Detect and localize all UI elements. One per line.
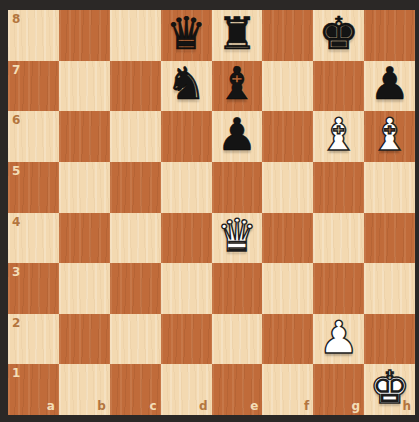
rank-label-6: 6 bbox=[12, 114, 20, 126]
black-bishop-e7[interactable]: ♝ bbox=[217, 61, 257, 106]
square-d7[interactable]: ♞ bbox=[161, 61, 212, 112]
file-label-d: d bbox=[199, 400, 208, 412]
square-a4[interactable]: 4 bbox=[8, 213, 59, 264]
square-e7[interactable]: ♝ bbox=[212, 61, 263, 112]
square-f1[interactable]: f bbox=[262, 364, 313, 415]
square-f6[interactable] bbox=[262, 111, 313, 162]
square-d2[interactable] bbox=[161, 314, 212, 365]
square-f5[interactable] bbox=[262, 162, 313, 213]
square-c4[interactable] bbox=[110, 213, 161, 264]
square-e8[interactable]: ♜ bbox=[212, 10, 263, 61]
board: 8♛♜♚7♞♝♟6♟♝♝54♛32♟1abcdefgh♚ bbox=[8, 10, 415, 415]
white-king-h1[interactable]: ♚ bbox=[369, 365, 409, 410]
square-c2[interactable] bbox=[110, 314, 161, 365]
white-bishop-h6[interactable]: ♝ bbox=[369, 112, 409, 157]
square-f2[interactable] bbox=[262, 314, 313, 365]
square-a8[interactable]: 8 bbox=[8, 10, 59, 61]
white-pawn-g2[interactable]: ♟ bbox=[319, 315, 359, 360]
black-pawn-h7[interactable]: ♟ bbox=[369, 61, 409, 106]
square-h8[interactable] bbox=[364, 10, 415, 61]
square-h6[interactable]: ♝ bbox=[364, 111, 415, 162]
square-e5[interactable] bbox=[212, 162, 263, 213]
square-d1[interactable]: d bbox=[161, 364, 212, 415]
square-h2[interactable] bbox=[364, 314, 415, 365]
file-label-a: a bbox=[47, 400, 55, 412]
square-h7[interactable]: ♟ bbox=[364, 61, 415, 112]
square-b1[interactable]: b bbox=[59, 364, 110, 415]
rank-label-3: 3 bbox=[12, 266, 20, 278]
square-h5[interactable] bbox=[364, 162, 415, 213]
black-queen-d8[interactable]: ♛ bbox=[166, 11, 206, 56]
square-b5[interactable] bbox=[59, 162, 110, 213]
file-label-g: g bbox=[352, 400, 361, 412]
rank-label-4: 4 bbox=[12, 216, 20, 228]
square-e4[interactable]: ♛ bbox=[212, 213, 263, 264]
square-a6[interactable]: 6 bbox=[8, 111, 59, 162]
square-g8[interactable]: ♚ bbox=[313, 10, 364, 61]
square-f4[interactable] bbox=[262, 213, 313, 264]
square-b7[interactable] bbox=[59, 61, 110, 112]
rank-label-1: 1 bbox=[12, 367, 20, 379]
file-label-b: b bbox=[97, 400, 106, 412]
black-knight-d7[interactable]: ♞ bbox=[166, 61, 206, 106]
square-e6[interactable]: ♟ bbox=[212, 111, 263, 162]
square-a7[interactable]: 7 bbox=[8, 61, 59, 112]
square-e2[interactable] bbox=[212, 314, 263, 365]
file-label-c: c bbox=[150, 400, 157, 412]
square-g5[interactable] bbox=[313, 162, 364, 213]
black-rook-e8[interactable]: ♜ bbox=[217, 11, 257, 56]
square-a2[interactable]: 2 bbox=[8, 314, 59, 365]
square-b2[interactable] bbox=[59, 314, 110, 365]
file-label-e: e bbox=[250, 400, 258, 412]
square-g2[interactable]: ♟ bbox=[313, 314, 364, 365]
rank-label-2: 2 bbox=[12, 317, 20, 329]
file-label-f: f bbox=[304, 400, 309, 412]
square-h4[interactable] bbox=[364, 213, 415, 264]
square-d6[interactable] bbox=[161, 111, 212, 162]
rank-label-7: 7 bbox=[12, 64, 20, 76]
white-queen-e4[interactable]: ♛ bbox=[217, 213, 257, 258]
square-d3[interactable] bbox=[161, 263, 212, 314]
square-b8[interactable] bbox=[59, 10, 110, 61]
square-e1[interactable]: e bbox=[212, 364, 263, 415]
square-f8[interactable] bbox=[262, 10, 313, 61]
square-c8[interactable] bbox=[110, 10, 161, 61]
square-b3[interactable] bbox=[59, 263, 110, 314]
square-b4[interactable] bbox=[59, 213, 110, 264]
square-c7[interactable] bbox=[110, 61, 161, 112]
square-c6[interactable] bbox=[110, 111, 161, 162]
square-b6[interactable] bbox=[59, 111, 110, 162]
square-f7[interactable] bbox=[262, 61, 313, 112]
square-c5[interactable] bbox=[110, 162, 161, 213]
board-frame: 8♛♜♚7♞♝♟6♟♝♝54♛32♟1abcdefgh♚ bbox=[0, 0, 419, 422]
square-d8[interactable]: ♛ bbox=[161, 10, 212, 61]
white-bishop-g6[interactable]: ♝ bbox=[319, 112, 359, 157]
square-g4[interactable] bbox=[313, 213, 364, 264]
black-pawn-e6[interactable]: ♟ bbox=[217, 112, 257, 157]
square-h3[interactable] bbox=[364, 263, 415, 314]
square-g3[interactable] bbox=[313, 263, 364, 314]
black-king-g8[interactable]: ♚ bbox=[319, 11, 359, 56]
square-g7[interactable] bbox=[313, 61, 364, 112]
square-c3[interactable] bbox=[110, 263, 161, 314]
square-g1[interactable]: g bbox=[313, 364, 364, 415]
square-a3[interactable]: 3 bbox=[8, 263, 59, 314]
rank-label-5: 5 bbox=[12, 165, 20, 177]
square-g6[interactable]: ♝ bbox=[313, 111, 364, 162]
square-d4[interactable] bbox=[161, 213, 212, 264]
rank-label-8: 8 bbox=[12, 13, 20, 25]
square-e3[interactable] bbox=[212, 263, 263, 314]
square-f3[interactable] bbox=[262, 263, 313, 314]
square-a1[interactable]: 1a bbox=[8, 364, 59, 415]
square-d5[interactable] bbox=[161, 162, 212, 213]
square-h1[interactable]: h♚ bbox=[364, 364, 415, 415]
square-a5[interactable]: 5 bbox=[8, 162, 59, 213]
square-c1[interactable]: c bbox=[110, 364, 161, 415]
